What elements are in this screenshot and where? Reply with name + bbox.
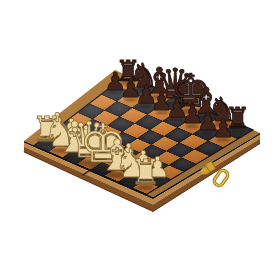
- chess-set-photo: ♜♞♝♛♚♝♞♜♟♟♟♟♟♟♟♟♟♟♟♟♟♟♟♟♜♞♝♛♚♝♞♜: [0, 0, 275, 275]
